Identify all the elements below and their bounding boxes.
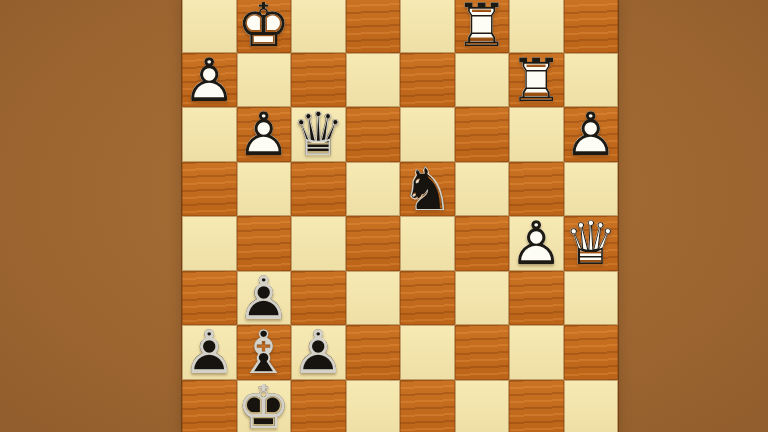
black-pawn-outline: ♙ [291, 325, 346, 380]
black-king-glyph: ♚ [237, 380, 292, 432]
square-f8[interactable]: ♜♖ [455, 0, 510, 53]
square-d2[interactable] [346, 325, 401, 380]
square-c7[interactable] [291, 53, 346, 108]
square-a2[interactable]: ♟♙ [182, 325, 237, 380]
white-pawn-outline: ♙ [182, 53, 237, 108]
square-e4[interactable] [400, 216, 455, 271]
black-pawn-outline: ♙ [182, 325, 237, 380]
white-queen-glyph: ♛ [564, 216, 619, 271]
square-d8[interactable] [346, 0, 401, 53]
white-rook-glyph: ♜ [455, 0, 510, 53]
square-g8[interactable] [509, 0, 564, 53]
square-e1[interactable] [400, 380, 455, 432]
square-e6[interactable] [400, 107, 455, 162]
square-c8[interactable] [291, 0, 346, 53]
black-king-outline: ♔ [237, 380, 292, 432]
white-pawn-glyph: ♟ [564, 107, 619, 162]
square-c6[interactable]: ♛♕ [291, 107, 346, 162]
square-f1[interactable] [455, 380, 510, 432]
square-c3[interactable] [291, 271, 346, 326]
square-e3[interactable] [400, 271, 455, 326]
square-a8[interactable] [182, 0, 237, 53]
square-d3[interactable] [346, 271, 401, 326]
black-bishop-outline: ♗ [237, 325, 292, 380]
black-bishop-glyph: ♝ [237, 325, 292, 380]
white-pawn-outline: ♙ [237, 107, 292, 162]
square-h8[interactable] [564, 0, 619, 53]
square-a5[interactable] [182, 162, 237, 217]
white-rook-outline: ♖ [509, 53, 564, 108]
white-rook-glyph: ♜ [509, 53, 564, 108]
black-pawn-glyph: ♟ [291, 325, 346, 380]
square-d7[interactable] [346, 53, 401, 108]
square-a3[interactable] [182, 271, 237, 326]
square-g3[interactable] [509, 271, 564, 326]
piece-white-pawn-g4[interactable]: ♟♙ [509, 216, 564, 271]
square-h7[interactable] [564, 53, 619, 108]
square-h5[interactable] [564, 162, 619, 217]
piece-white-rook-g7[interactable]: ♜♖ [509, 53, 564, 108]
square-d4[interactable] [346, 216, 401, 271]
square-b2[interactable]: ♝♗ [237, 325, 292, 380]
piece-black-pawn-b3[interactable]: ♟♙ [237, 271, 292, 326]
square-h1[interactable] [564, 380, 619, 432]
black-queen-outline: ♕ [291, 107, 346, 162]
square-a4[interactable] [182, 216, 237, 271]
black-pawn-glyph: ♟ [182, 325, 237, 380]
square-a1[interactable] [182, 380, 237, 432]
square-a7[interactable]: ♟♙ [182, 53, 237, 108]
black-knight-glyph: ♞ [400, 162, 455, 217]
piece-black-queen-c6[interactable]: ♛♕ [291, 107, 346, 162]
square-d1[interactable] [346, 380, 401, 432]
square-d5[interactable] [346, 162, 401, 217]
square-g4[interactable]: ♟♙ [509, 216, 564, 271]
white-pawn-outline: ♙ [509, 216, 564, 271]
white-pawn-glyph: ♟ [509, 216, 564, 271]
square-b5[interactable] [237, 162, 292, 217]
square-e5[interactable]: ♞♘ [400, 162, 455, 217]
black-pawn-glyph: ♟ [237, 271, 292, 326]
square-g5[interactable] [509, 162, 564, 217]
piece-black-knight-e5[interactable]: ♞♘ [400, 162, 455, 217]
piece-white-queen-h4[interactable]: ♛♕ [564, 216, 619, 271]
square-h4[interactable]: ♛♕ [564, 216, 619, 271]
white-pawn-glyph: ♟ [182, 53, 237, 108]
black-queen-glyph: ♛ [291, 107, 346, 162]
square-g1[interactable] [509, 380, 564, 432]
piece-black-king-b1[interactable]: ♚♔ [237, 380, 292, 432]
black-knight-outline: ♘ [400, 162, 455, 217]
white-pawn-outline: ♙ [564, 107, 619, 162]
piece-white-pawn-h6[interactable]: ♟♙ [564, 107, 619, 162]
black-pawn-outline: ♙ [237, 271, 292, 326]
square-f6[interactable] [455, 107, 510, 162]
piece-white-king-b8[interactable]: ♚♔ [237, 0, 292, 53]
piece-white-rook-f8[interactable]: ♜♖ [455, 0, 510, 53]
square-c1[interactable] [291, 380, 346, 432]
square-f3[interactable] [455, 271, 510, 326]
piece-black-bishop-b2[interactable]: ♝♗ [237, 325, 292, 380]
square-d6[interactable] [346, 107, 401, 162]
square-b6[interactable]: ♟♙ [237, 107, 292, 162]
square-h2[interactable] [564, 325, 619, 380]
square-b4[interactable] [237, 216, 292, 271]
square-h6[interactable]: ♟♙ [564, 107, 619, 162]
square-b8[interactable]: ♚♔ [237, 0, 292, 53]
piece-black-pawn-c2[interactable]: ♟♙ [291, 325, 346, 380]
square-f4[interactable] [455, 216, 510, 271]
square-b3[interactable]: ♟♙ [237, 271, 292, 326]
white-king-glyph: ♚ [237, 0, 292, 53]
white-queen-outline: ♕ [564, 216, 619, 271]
square-g7[interactable]: ♜♖ [509, 53, 564, 108]
chess-board: ♚♔♜♖♟♙♜♖♟♙♛♕♟♙♞♘♟♙♛♕♟♙♟♙♝♗♟♙♚♔ [182, 0, 618, 432]
piece-white-pawn-b6[interactable]: ♟♙ [237, 107, 292, 162]
piece-white-pawn-a7[interactable]: ♟♙ [182, 53, 237, 108]
white-pawn-glyph: ♟ [237, 107, 292, 162]
puzzle-background: ♚♔♜♖♟♙♜♖♟♙♛♕♟♙♞♘♟♙♛♕♟♙♟♙♝♗♟♙♚♔ [0, 0, 768, 432]
square-g2[interactable] [509, 325, 564, 380]
square-c2[interactable]: ♟♙ [291, 325, 346, 380]
square-h3[interactable] [564, 271, 619, 326]
square-g6[interactable] [509, 107, 564, 162]
square-f7[interactable] [455, 53, 510, 108]
square-e2[interactable] [400, 325, 455, 380]
square-b7[interactable] [237, 53, 292, 108]
square-c5[interactable] [291, 162, 346, 217]
square-b1[interactable]: ♚♔ [237, 380, 292, 432]
piece-black-pawn-a2[interactable]: ♟♙ [182, 325, 237, 380]
square-e7[interactable] [400, 53, 455, 108]
square-e8[interactable] [400, 0, 455, 53]
white-king-outline: ♔ [237, 0, 292, 53]
square-c4[interactable] [291, 216, 346, 271]
square-f2[interactable] [455, 325, 510, 380]
square-a6[interactable] [182, 107, 237, 162]
square-f5[interactable] [455, 162, 510, 217]
white-rook-outline: ♖ [455, 0, 510, 53]
